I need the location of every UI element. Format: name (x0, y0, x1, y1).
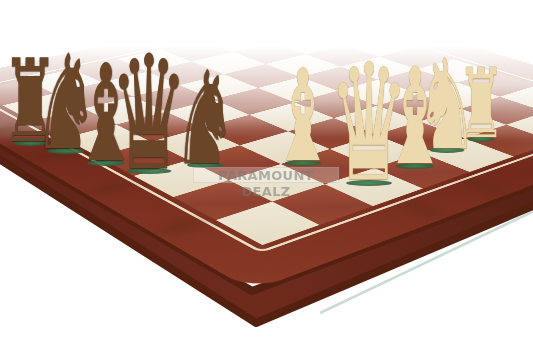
bishop-glyph: ♝ (367, 68, 462, 167)
queen-glyph: ♛ (101, 54, 196, 172)
green-felt-base (87, 160, 125, 166)
rook-glyph: ♜ (433, 68, 528, 140)
knight-glyph: ♞ (157, 70, 252, 166)
piece-light-bishop: ♝ (330, 68, 500, 167)
queen-glyph: ♛ (321, 63, 416, 184)
piece-dark-queen: ♛ (64, 54, 234, 172)
piece-dark-knight: ♞ (120, 70, 290, 166)
watermark-text: PARAMOUNT DEALZ (193, 167, 339, 183)
green-felt-base (48, 148, 85, 154)
green-felt-base (396, 163, 434, 169)
piece-light-knight: ♞ (362, 58, 532, 151)
green-felt-base (14, 140, 47, 146)
bishop-glyph: ♝ (255, 69, 350, 164)
piece-dark-rook: ♜ (0, 58, 115, 144)
green-felt-base (127, 168, 172, 174)
knight-glyph: ♞ (399, 58, 494, 151)
knight-glyph: ♞ (18, 54, 113, 152)
piece-light-rook: ♜ (396, 68, 533, 140)
piece-dark-knight: ♞ (0, 54, 151, 152)
rook-glyph: ♜ (0, 58, 78, 144)
green-felt-base (430, 147, 465, 153)
bishop-glyph: ♝ (58, 64, 153, 164)
green-felt-base (346, 180, 392, 186)
product-photo-chess-set: ♜♞♝♛♞♝♛♝♞♜ PARAMOUNT DEALZ (0, 0, 533, 355)
piece-light-bishop: ♝ (218, 69, 388, 164)
piece-light-queen: ♛ (284, 63, 454, 184)
green-felt-base (468, 136, 495, 142)
green-felt-base (285, 160, 321, 166)
piece-dark-bishop: ♝ (21, 64, 191, 164)
